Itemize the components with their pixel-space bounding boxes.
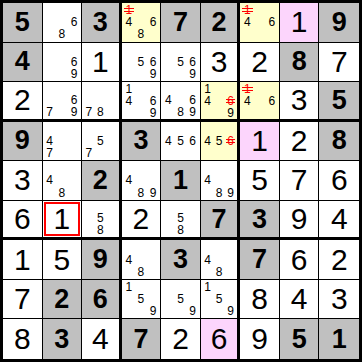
candidate-5: 5 (95, 135, 107, 147)
candidate-8: 8 (213, 266, 225, 278)
cell-r5c8[interactable]: 7 (280, 161, 320, 201)
cell-r6c5[interactable]: 58 (161, 201, 201, 241)
solved-digit: 6 (291, 245, 308, 275)
cell-r4c1[interactable]: 9 (3, 122, 43, 162)
cell-r6c6[interactable]: 7 (201, 201, 241, 241)
candidate-5: 5 (174, 56, 186, 68)
pencil-marks: 1496 (202, 83, 237, 118)
cell-r9c1[interactable]: 8 (3, 319, 43, 359)
cell-r9c7[interactable]: 9 (240, 319, 280, 359)
given-digit: 8 (332, 127, 347, 154)
cell-r6c4[interactable]: 2 (122, 201, 162, 241)
cell-r8c5[interactable]: 59 (161, 280, 201, 320)
cell-r6c8[interactable]: 9 (280, 201, 320, 241)
candidate-7: 7 (83, 106, 95, 118)
solved-digit: 7 (331, 47, 348, 77)
cell-r4c7[interactable]: 1 (240, 122, 280, 162)
solved-digit: 6 (331, 165, 348, 195)
solved-digit: 2 (251, 47, 268, 77)
candidate-8: 8 (174, 106, 186, 118)
cell-r9c9[interactable]: 1 (319, 319, 359, 359)
cell-r4c3[interactable]: 57 (82, 122, 122, 162)
candidate-4: 4 (162, 135, 174, 147)
given-digit: 3 (252, 206, 267, 233)
pencil-marks: 69 (44, 44, 81, 81)
eliminated-candidate-6: 6 (225, 135, 237, 147)
cell-r2c5[interactable]: 569 (161, 43, 201, 83)
solved-digit: 3 (211, 47, 228, 77)
cell-r4c6[interactable]: 456 (201, 122, 241, 162)
cell-r2c3[interactable]: 1 (82, 43, 122, 83)
cell-r4c5[interactable]: 456 (161, 122, 201, 162)
eliminated-candidate-1: 1 (241, 4, 253, 16)
cell-r7c9[interactable]: 2 (319, 240, 359, 280)
candidate-8: 8 (56, 187, 68, 199)
cell-r9c8[interactable]: 5 (280, 319, 320, 359)
cell-r2c6[interactable]: 3 (201, 43, 241, 83)
pencil-marks: 159 (123, 281, 160, 318)
candidate-8: 8 (174, 224, 186, 236)
given-digit: 8 (292, 48, 307, 75)
candidate-9: 9 (187, 68, 199, 80)
solved-digit: 1 (53, 204, 70, 234)
cell-r4c8[interactable]: 2 (280, 122, 320, 162)
cell-r6c1[interactable]: 6 (3, 201, 43, 241)
cell-r9c5[interactable]: 2 (161, 319, 201, 359)
candidate-7: 7 (44, 147, 56, 159)
solved-digit: 2 (133, 204, 150, 234)
cell-r5c5[interactable]: 1 (161, 161, 201, 201)
solved-digit: 7 (291, 165, 308, 195)
pencil-marks: 68 (44, 4, 81, 41)
given-digit: 2 (93, 167, 108, 194)
candidate-9: 9 (68, 106, 80, 118)
cell-r5c3[interactable]: 2 (82, 161, 122, 201)
given-digit: 7 (252, 246, 267, 273)
candidate-4: 4 (202, 174, 214, 186)
given-digit: 1 (173, 167, 188, 194)
given-digit: 9 (15, 127, 30, 154)
cell-r4c9[interactable]: 8 (319, 122, 359, 162)
candidate-6: 6 (68, 94, 80, 106)
candidate-9: 9 (147, 68, 159, 80)
given-digit: 5 (15, 9, 30, 36)
pencil-marks: 4689 (162, 83, 199, 118)
solved-digit: 1 (14, 245, 31, 275)
candidate-1: 1 (202, 281, 214, 293)
pencil-marks: 456 (162, 123, 199, 160)
cell-r3c1[interactable]: 2 (3, 82, 43, 122)
cell-r3c3[interactable]: 78 (82, 82, 122, 122)
given-digit: 7 (133, 326, 148, 353)
cell-r1c9[interactable]: 9 (319, 3, 359, 43)
given-digit: 9 (332, 9, 347, 36)
pencil-marks: 4681 (123, 4, 160, 41)
cell-r8c8[interactable]: 4 (280, 280, 320, 320)
candidate-8: 8 (135, 28, 147, 40)
candidate-8: 8 (95, 106, 107, 118)
candidate-4: 4 (123, 254, 135, 266)
solved-digit: 4 (331, 204, 348, 234)
given-digit: 7 (173, 9, 188, 36)
cell-r6c2[interactable]: 1 (43, 201, 83, 241)
given-digit: 5 (292, 326, 307, 353)
pencil-marks: 58 (162, 202, 199, 237)
candidate-5: 5 (213, 293, 225, 305)
pencil-marks: 569 (162, 44, 199, 81)
cell-r7c4[interactable]: 48 (122, 240, 162, 280)
candidate-7: 7 (44, 106, 56, 118)
cell-r8c3[interactable]: 6 (82, 280, 122, 320)
cell-r8c1[interactable]: 7 (3, 280, 43, 320)
cell-r1c7[interactable]: 461 (240, 3, 280, 43)
candidate-4: 4 (202, 135, 214, 147)
candidate-9: 9 (225, 305, 237, 317)
cell-r3c9[interactable]: 5 (319, 82, 359, 122)
cell-r5c1[interactable]: 3 (3, 161, 43, 201)
cell-r5c6[interactable]: 489 (201, 161, 241, 201)
cell-r3c7[interactable]: 461 (240, 82, 280, 122)
given-digit: 1 (332, 326, 347, 353)
given-digit: 4 (15, 48, 30, 75)
candidate-4: 4 (123, 95, 135, 107)
pencil-marks: 1469 (123, 83, 160, 118)
cell-r2c9[interactable]: 7 (319, 43, 359, 83)
candidate-4: 4 (162, 94, 174, 106)
cell-r7c2[interactable]: 5 (43, 240, 83, 280)
cell-r4c2[interactable]: 47 (43, 122, 83, 162)
cell-r3c8[interactable]: 3 (280, 82, 320, 122)
solved-digit: 5 (53, 245, 70, 275)
candidate-4: 4 (202, 95, 214, 107)
cell-r4c4[interactable]: 3 (122, 122, 162, 162)
cell-r8c4[interactable]: 159 (122, 280, 162, 320)
cell-r1c5[interactable]: 7 (161, 3, 201, 43)
pencil-marks: 679 (44, 83, 81, 118)
candidate-4: 4 (202, 254, 214, 266)
cell-r7c1[interactable]: 1 (3, 240, 43, 280)
cell-r6c3[interactable]: 58 (82, 201, 122, 241)
cell-r7c5[interactable]: 3 (161, 240, 201, 280)
solved-digit: 8 (14, 324, 31, 354)
candidate-8: 8 (213, 187, 225, 199)
pencil-marks: 59 (162, 281, 199, 318)
candidate-9: 9 (187, 106, 199, 118)
pencil-marks: 58 (83, 202, 118, 237)
cell-r7c8[interactable]: 6 (280, 240, 320, 280)
solved-digit: 1 (291, 7, 308, 37)
given-digit: 5 (332, 87, 347, 114)
cell-r8c9[interactable]: 3 (319, 280, 359, 320)
candidate-9: 9 (225, 187, 237, 199)
candidate-6: 6 (187, 94, 199, 106)
cell-r3c5[interactable]: 4689 (161, 82, 201, 122)
cell-r8c2[interactable]: 2 (43, 280, 83, 320)
solved-digit: 8 (251, 284, 268, 314)
cell-r3c6[interactable]: 1496 (201, 82, 241, 122)
candidate-6: 6 (147, 16, 159, 28)
eliminated-candidate-1: 1 (123, 4, 135, 16)
given-digit: 3 (133, 127, 148, 154)
cell-r9c4[interactable]: 7 (122, 319, 162, 359)
cell-r2c7[interactable]: 2 (240, 43, 280, 83)
cell-r8c6[interactable]: 159 (201, 280, 241, 320)
cell-r6c7[interactable]: 3 (240, 201, 280, 241)
cell-r9c6[interactable]: 6 (201, 319, 241, 359)
cell-r2c1[interactable]: 4 (3, 43, 43, 83)
cell-r6c9[interactable]: 4 (319, 201, 359, 241)
pencil-marks: 48 (44, 162, 81, 199)
solved-digit: 7 (14, 284, 31, 314)
candidate-9: 9 (147, 187, 159, 199)
solved-digit: 4 (92, 324, 109, 354)
given-digit: 6 (93, 286, 108, 313)
pencil-marks: 78 (83, 83, 118, 118)
cell-r1c2[interactable]: 68 (43, 3, 83, 43)
candidate-4: 4 (44, 174, 56, 186)
candidate-9: 9 (147, 305, 159, 317)
solved-digit: 4 (291, 284, 308, 314)
pencil-marks: 159 (202, 281, 237, 318)
pencil-marks: 48 (123, 241, 160, 278)
cell-r2c4[interactable]: 569 (122, 43, 162, 83)
solved-digit: 3 (331, 284, 348, 314)
candidate-4: 4 (123, 174, 135, 186)
pencil-marks: 489 (123, 162, 160, 199)
solved-digit: 2 (331, 245, 348, 275)
cell-r1c3[interactable]: 3 (82, 3, 122, 43)
candidate-8: 8 (135, 187, 147, 199)
candidate-9: 9 (225, 107, 237, 119)
candidate-6: 6 (266, 95, 278, 107)
cell-r1c8[interactable]: 1 (280, 3, 320, 43)
pencil-marks: 456 (202, 123, 237, 160)
given-digit: 2 (54, 286, 69, 313)
cell-r5c2[interactable]: 48 (43, 161, 83, 201)
solved-digit: 2 (172, 324, 189, 354)
solved-digit: 9 (251, 324, 268, 354)
candidate-5: 5 (174, 293, 186, 305)
given-digit: 7 (212, 206, 227, 233)
candidate-6: 6 (266, 16, 278, 28)
candidate-4: 4 (241, 16, 253, 28)
candidate-5: 5 (135, 56, 147, 68)
candidate-4: 4 (241, 95, 253, 107)
solved-digit: 2 (14, 85, 31, 115)
cell-r1c4[interactable]: 4681 (122, 3, 162, 43)
cell-r7c3[interactable]: 9 (82, 240, 122, 280)
candidate-7: 7 (83, 147, 95, 159)
candidate-9: 9 (147, 107, 159, 119)
cell-r5c9[interactable]: 6 (319, 161, 359, 201)
candidate-6: 6 (68, 16, 80, 28)
solved-digit: 6 (211, 324, 228, 354)
given-digit: 9 (93, 246, 108, 273)
candidate-8: 8 (95, 224, 107, 236)
pencil-marks: 47 (44, 123, 81, 160)
solved-digit: 1 (92, 47, 109, 77)
given-digit: 3 (54, 326, 69, 353)
candidate-8: 8 (56, 28, 68, 40)
pencil-marks: 569 (123, 44, 160, 81)
candidate-9: 9 (68, 68, 80, 80)
given-digit: 2 (212, 9, 227, 36)
pencil-marks: 489 (202, 162, 237, 199)
solved-digit: 9 (291, 204, 308, 234)
pencil-marks: 461 (241, 83, 278, 118)
cell-r1c1[interactable]: 5 (3, 3, 43, 43)
cell-r3c2[interactable]: 679 (43, 82, 83, 122)
eliminated-candidate-6: 6 (225, 95, 237, 107)
candidate-4: 4 (123, 16, 135, 28)
candidate-5: 5 (135, 293, 147, 305)
solved-digit: 3 (14, 165, 31, 195)
sudoku-board: 5683468172461194691569569328726797814694… (0, 0, 362, 362)
cell-r5c4[interactable]: 489 (122, 161, 162, 201)
cell-r3c4[interactable]: 1469 (122, 82, 162, 122)
solved-digit: 6 (14, 204, 31, 234)
given-digit: 3 (173, 246, 188, 273)
cell-r5c7[interactable]: 5 (240, 161, 280, 201)
candidate-5: 5 (174, 135, 186, 147)
candidate-8: 8 (135, 266, 147, 278)
candidate-9: 9 (187, 305, 199, 317)
cell-r7c6[interactable]: 48 (201, 240, 241, 280)
given-digit: 3 (93, 9, 108, 36)
solved-digit: 5 (251, 165, 268, 195)
solved-digit: 2 (291, 126, 308, 156)
cell-r9c2[interactable]: 3 (43, 319, 83, 359)
solved-digit: 3 (291, 85, 308, 115)
cell-r2c8[interactable]: 8 (280, 43, 320, 83)
cell-r9c3[interactable]: 4 (82, 319, 122, 359)
cell-r1c6[interactable]: 2 (201, 3, 241, 43)
pencil-marks: 57 (83, 123, 118, 160)
cell-r7c7[interactable]: 7 (240, 240, 280, 280)
candidate-6: 6 (187, 135, 199, 147)
cell-r2c2[interactable]: 69 (43, 43, 83, 83)
candidate-5: 5 (213, 135, 225, 147)
eliminated-candidate-1: 1 (241, 83, 253, 95)
solved-digit: 1 (251, 126, 268, 156)
cell-r8c7[interactable]: 8 (240, 280, 280, 320)
candidate-1: 1 (123, 281, 135, 293)
pencil-marks: 48 (202, 241, 237, 278)
pencil-marks: 461 (241, 4, 278, 41)
